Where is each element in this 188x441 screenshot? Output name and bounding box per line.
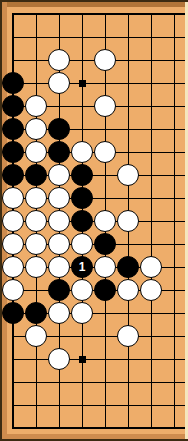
white-stone — [25, 118, 47, 140]
white-stone — [2, 233, 24, 255]
go-board: 1 — [0, 0, 188, 441]
white-stone — [71, 233, 93, 255]
white-stone — [71, 141, 93, 163]
white-stone — [48, 164, 70, 186]
black-stone — [71, 210, 93, 232]
star-point — [79, 80, 86, 87]
board-frame-top-band — [0, 2, 188, 7]
white-stone — [140, 256, 162, 278]
black-stone — [2, 95, 24, 117]
grid-line-horizontal — [12, 359, 185, 360]
black-stone — [25, 164, 47, 186]
white-stone — [25, 187, 47, 209]
white-stone — [94, 256, 116, 278]
black-stone — [71, 164, 93, 186]
white-stone — [25, 233, 47, 255]
white-stone — [94, 95, 116, 117]
white-stone — [48, 233, 70, 255]
white-stone — [94, 141, 116, 163]
white-stone — [2, 187, 24, 209]
white-stone — [48, 302, 70, 324]
black-stone — [94, 279, 116, 301]
white-stone — [25, 210, 47, 232]
grid-line-horizontal — [12, 382, 185, 383]
white-stone — [48, 256, 70, 278]
black-stone — [94, 233, 116, 255]
white-stone — [71, 279, 93, 301]
white-stone — [25, 95, 47, 117]
white-stone — [117, 210, 139, 232]
white-stone — [117, 279, 139, 301]
black-stone — [2, 118, 24, 140]
black-stone — [48, 279, 70, 301]
board-frame-right-strip — [185, 0, 188, 441]
grid-line-horizontal — [12, 427, 185, 429]
black-stone — [2, 302, 24, 324]
black-stone — [117, 256, 139, 278]
black-stone — [2, 141, 24, 163]
white-stone — [48, 348, 70, 370]
grid-line-horizontal — [12, 13, 185, 15]
white-stone — [25, 256, 47, 278]
grid-line-horizontal — [12, 37, 185, 38]
white-stone — [48, 210, 70, 232]
black-stone — [71, 187, 93, 209]
board-frame-top-edge — [0, 0, 188, 2]
white-stone — [48, 72, 70, 94]
white-stone — [140, 279, 162, 301]
white-stone — [2, 210, 24, 232]
black-stone — [48, 118, 70, 140]
black-stone — [2, 72, 24, 94]
star-point — [79, 356, 86, 363]
white-stone — [25, 141, 47, 163]
white-stone — [2, 256, 24, 278]
white-stone — [2, 279, 24, 301]
grid-line-horizontal — [12, 83, 185, 84]
white-stone — [71, 302, 93, 324]
white-stone — [94, 210, 116, 232]
white-stone — [48, 49, 70, 71]
black-stone — [2, 164, 24, 186]
white-stone — [117, 325, 139, 347]
white-stone — [25, 325, 47, 347]
white-stone — [117, 164, 139, 186]
grid-line-horizontal — [12, 405, 185, 406]
black-stone — [25, 302, 47, 324]
white-stone — [94, 49, 116, 71]
go-diagram: 1 — [0, 0, 188, 441]
black-stone-move-1: 1 — [71, 256, 93, 278]
black-stone — [48, 141, 70, 163]
white-stone — [48, 187, 70, 209]
